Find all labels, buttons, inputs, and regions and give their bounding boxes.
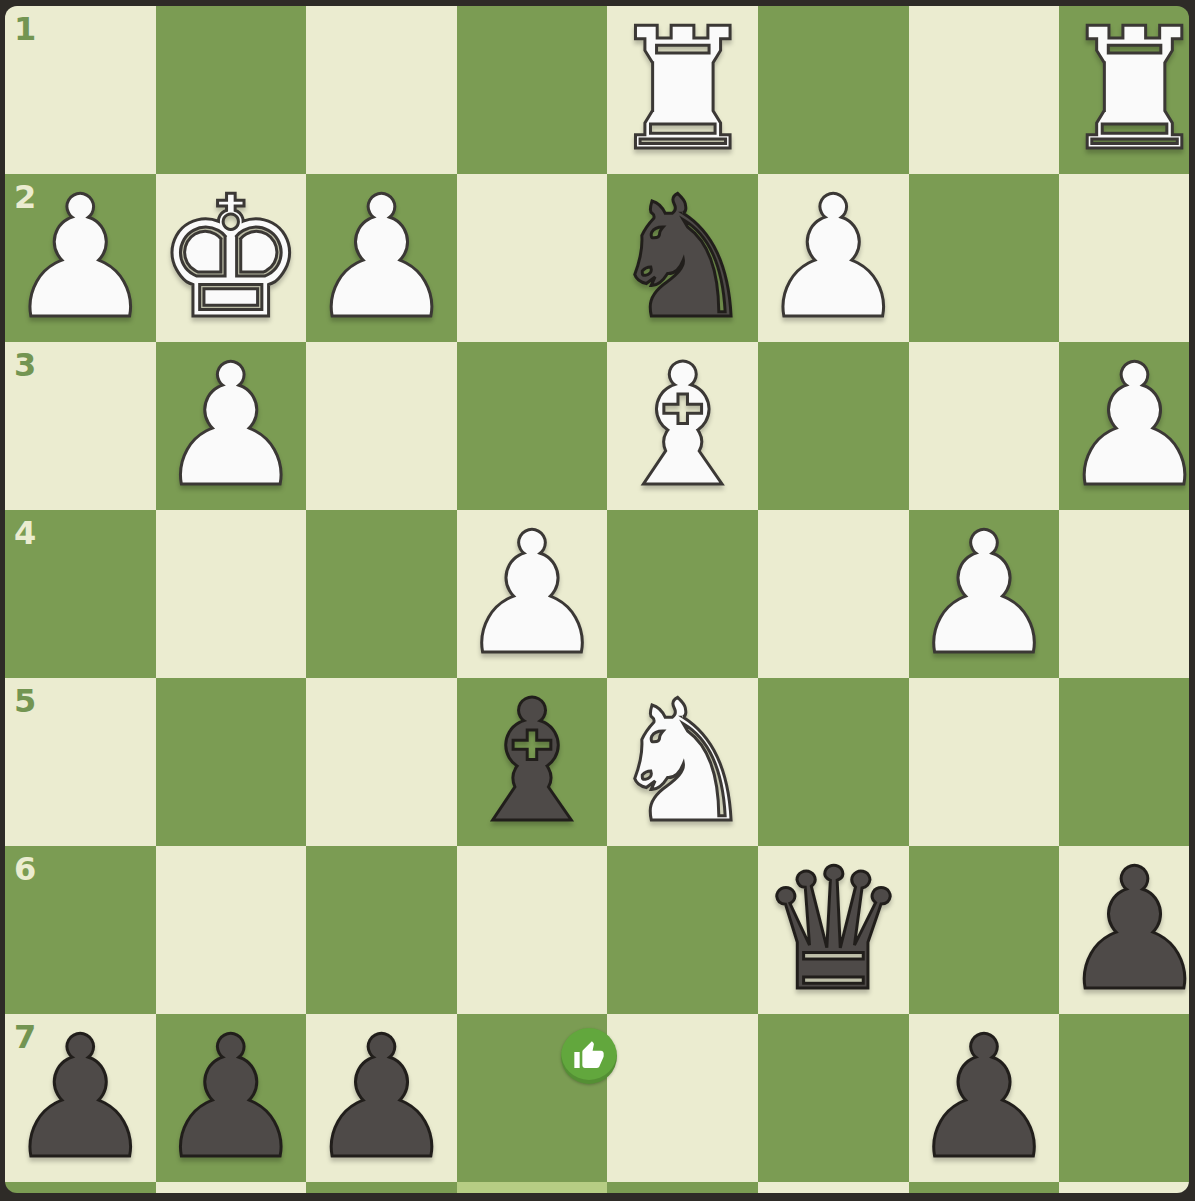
- square-g8[interactable]: ♚g: [156, 1182, 307, 1193]
- square-d8[interactable]: d: [607, 1182, 758, 1193]
- square-f2[interactable]: ♟: [306, 174, 457, 342]
- square-g5[interactable]: [156, 678, 307, 846]
- square-a5[interactable]: [1059, 678, 1189, 846]
- square-g3[interactable]: ♟: [156, 342, 307, 510]
- square-d4[interactable]: [607, 510, 758, 678]
- square-c1[interactable]: [758, 6, 909, 174]
- square-f1[interactable]: [306, 6, 457, 174]
- black-pawn-a6[interactable]: ♟: [1059, 846, 1189, 1014]
- square-g2[interactable]: ♚: [156, 174, 307, 342]
- white-king-g2[interactable]: ♚: [156, 174, 307, 342]
- square-f5[interactable]: [306, 678, 457, 846]
- chess-board: 1♜♜♟2♚♟♞♟3♟♝♟4♟♟5♝♞6♛♟♟7♟♟♟8h♚gf♜ed♝cb♜a: [5, 6, 1189, 1193]
- white-pawn-a3[interactable]: ♟: [1059, 342, 1189, 510]
- white-rook-a1[interactable]: ♜: [1059, 6, 1189, 174]
- square-c6[interactable]: ♛: [758, 846, 909, 1014]
- square-e3[interactable]: [457, 342, 608, 510]
- white-pawn-f2[interactable]: ♟: [306, 174, 457, 342]
- square-d2[interactable]: ♞: [607, 174, 758, 342]
- white-bishop-d3[interactable]: ♝: [607, 342, 758, 510]
- square-h7[interactable]: ♟7: [5, 1014, 156, 1182]
- square-a6[interactable]: ♟: [1059, 846, 1189, 1014]
- square-b1[interactable]: [909, 6, 1060, 174]
- square-g6[interactable]: [156, 846, 307, 1014]
- square-c3[interactable]: [758, 342, 909, 510]
- square-h1[interactable]: 1: [5, 6, 156, 174]
- square-b5[interactable]: [909, 678, 1060, 846]
- black-rook-a8[interactable]: ♜: [1059, 1182, 1189, 1193]
- square-g7[interactable]: ♟: [156, 1014, 307, 1182]
- square-a2[interactable]: [1059, 174, 1189, 342]
- white-pawn-c2[interactable]: ♟: [758, 174, 909, 342]
- square-b3[interactable]: [909, 342, 1060, 510]
- white-rook-d1[interactable]: ♜: [607, 6, 758, 174]
- square-a4[interactable]: [1059, 510, 1189, 678]
- square-a1[interactable]: ♜: [1059, 6, 1189, 174]
- rank-label-8: 8: [14, 1186, 36, 1193]
- square-e2[interactable]: [457, 174, 608, 342]
- rank-label-7: 7: [14, 1018, 36, 1056]
- black-king-g8[interactable]: ♚: [156, 1182, 307, 1193]
- black-pawn-f7[interactable]: ♟: [306, 1014, 457, 1182]
- thumbs-up-icon: [573, 1040, 605, 1072]
- square-h3[interactable]: 3: [5, 342, 156, 510]
- white-pawn-b4[interactable]: ♟: [909, 510, 1060, 678]
- square-h4[interactable]: 4: [5, 510, 156, 678]
- square-d7[interactable]: [607, 1014, 758, 1182]
- square-d1[interactable]: ♜: [607, 6, 758, 174]
- white-knight-d5[interactable]: ♞: [607, 678, 758, 846]
- rank-label-4: 4: [14, 514, 36, 552]
- square-f3[interactable]: [306, 342, 457, 510]
- black-knight-d2[interactable]: ♞: [607, 174, 758, 342]
- square-d5[interactable]: ♞: [607, 678, 758, 846]
- square-b6[interactable]: [909, 846, 1060, 1014]
- square-g1[interactable]: [156, 6, 307, 174]
- square-h5[interactable]: 5: [5, 678, 156, 846]
- square-c8[interactable]: ♝c: [758, 1182, 909, 1193]
- square-a3[interactable]: ♟: [1059, 342, 1189, 510]
- black-pawn-b7[interactable]: ♟: [909, 1014, 1060, 1182]
- white-pawn-g3[interactable]: ♟: [156, 342, 307, 510]
- square-f7[interactable]: ♟: [306, 1014, 457, 1182]
- black-pawn-g7[interactable]: ♟: [156, 1014, 307, 1182]
- white-pawn-e4[interactable]: ♟: [457, 510, 608, 678]
- square-c5[interactable]: [758, 678, 909, 846]
- square-e4[interactable]: ♟: [457, 510, 608, 678]
- square-e6[interactable]: [457, 846, 608, 1014]
- rank-label-5: 5: [14, 682, 36, 720]
- black-bishop-e5[interactable]: ♝: [457, 678, 608, 846]
- square-h6[interactable]: 6: [5, 846, 156, 1014]
- square-b7[interactable]: ♟: [909, 1014, 1060, 1182]
- square-d6[interactable]: [607, 846, 758, 1014]
- square-f6[interactable]: [306, 846, 457, 1014]
- square-d3[interactable]: ♝: [607, 342, 758, 510]
- rank-label-2: 2: [14, 178, 36, 216]
- square-b4[interactable]: ♟: [909, 510, 1060, 678]
- square-e5[interactable]: ♝: [457, 678, 608, 846]
- black-queen-c6[interactable]: ♛: [758, 846, 909, 1014]
- square-g4[interactable]: [156, 510, 307, 678]
- square-h2[interactable]: ♟2: [5, 174, 156, 342]
- square-c4[interactable]: [758, 510, 909, 678]
- good-move-badge: [561, 1028, 617, 1084]
- square-c7[interactable]: [758, 1014, 909, 1182]
- black-rook-e8[interactable]: ♜: [457, 1182, 608, 1193]
- rank-label-1: 1: [14, 10, 36, 48]
- black-bishop-c8[interactable]: ♝: [758, 1182, 909, 1193]
- square-e1[interactable]: [457, 6, 608, 174]
- rank-label-6: 6: [14, 850, 36, 888]
- rank-label-3: 3: [14, 346, 36, 384]
- square-e8[interactable]: ♜e: [457, 1182, 608, 1193]
- square-c2[interactable]: ♟: [758, 174, 909, 342]
- square-b2[interactable]: [909, 174, 1060, 342]
- square-a8[interactable]: ♜a: [1059, 1182, 1189, 1193]
- square-f4[interactable]: [306, 510, 457, 678]
- square-a7[interactable]: [1059, 1014, 1189, 1182]
